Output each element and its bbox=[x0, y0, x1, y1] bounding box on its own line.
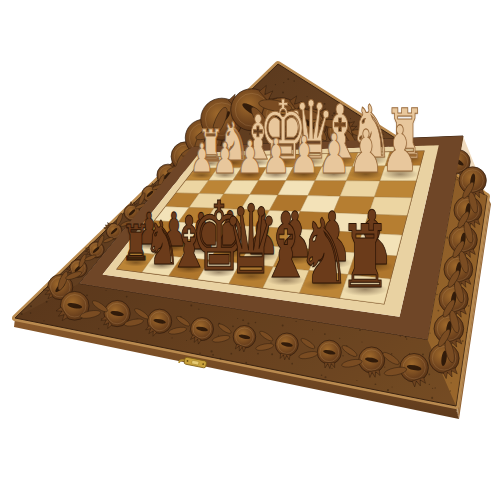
piece-white-pawn-a2[interactable]: ♟ bbox=[381, 119, 419, 183]
piece-black-rook-a8[interactable]: ♜ bbox=[339, 214, 390, 301]
piece-white-pawn-h2[interactable]: ♟ bbox=[190, 140, 214, 180]
piece-white-pawn-g2[interactable]: ♟ bbox=[212, 137, 237, 180]
piece-white-pawn-d2[interactable]: ♟ bbox=[289, 129, 320, 181]
piece-white-pawn-f2[interactable]: ♟ bbox=[236, 135, 263, 180]
piece-white-pawn-e2[interactable]: ♟ bbox=[262, 132, 291, 180]
chess-set-photo: ♜♞♝♛♚♝♞♜♟♟♟♟♟♟♟♟♟♟♟♟♟♟♟♟♜♞♝♛♚♝♞♜ bbox=[0, 0, 500, 500]
piece-white-pawn-b2[interactable]: ♟ bbox=[348, 123, 383, 182]
piece-white-pawn-c2[interactable]: ♟ bbox=[317, 126, 350, 181]
